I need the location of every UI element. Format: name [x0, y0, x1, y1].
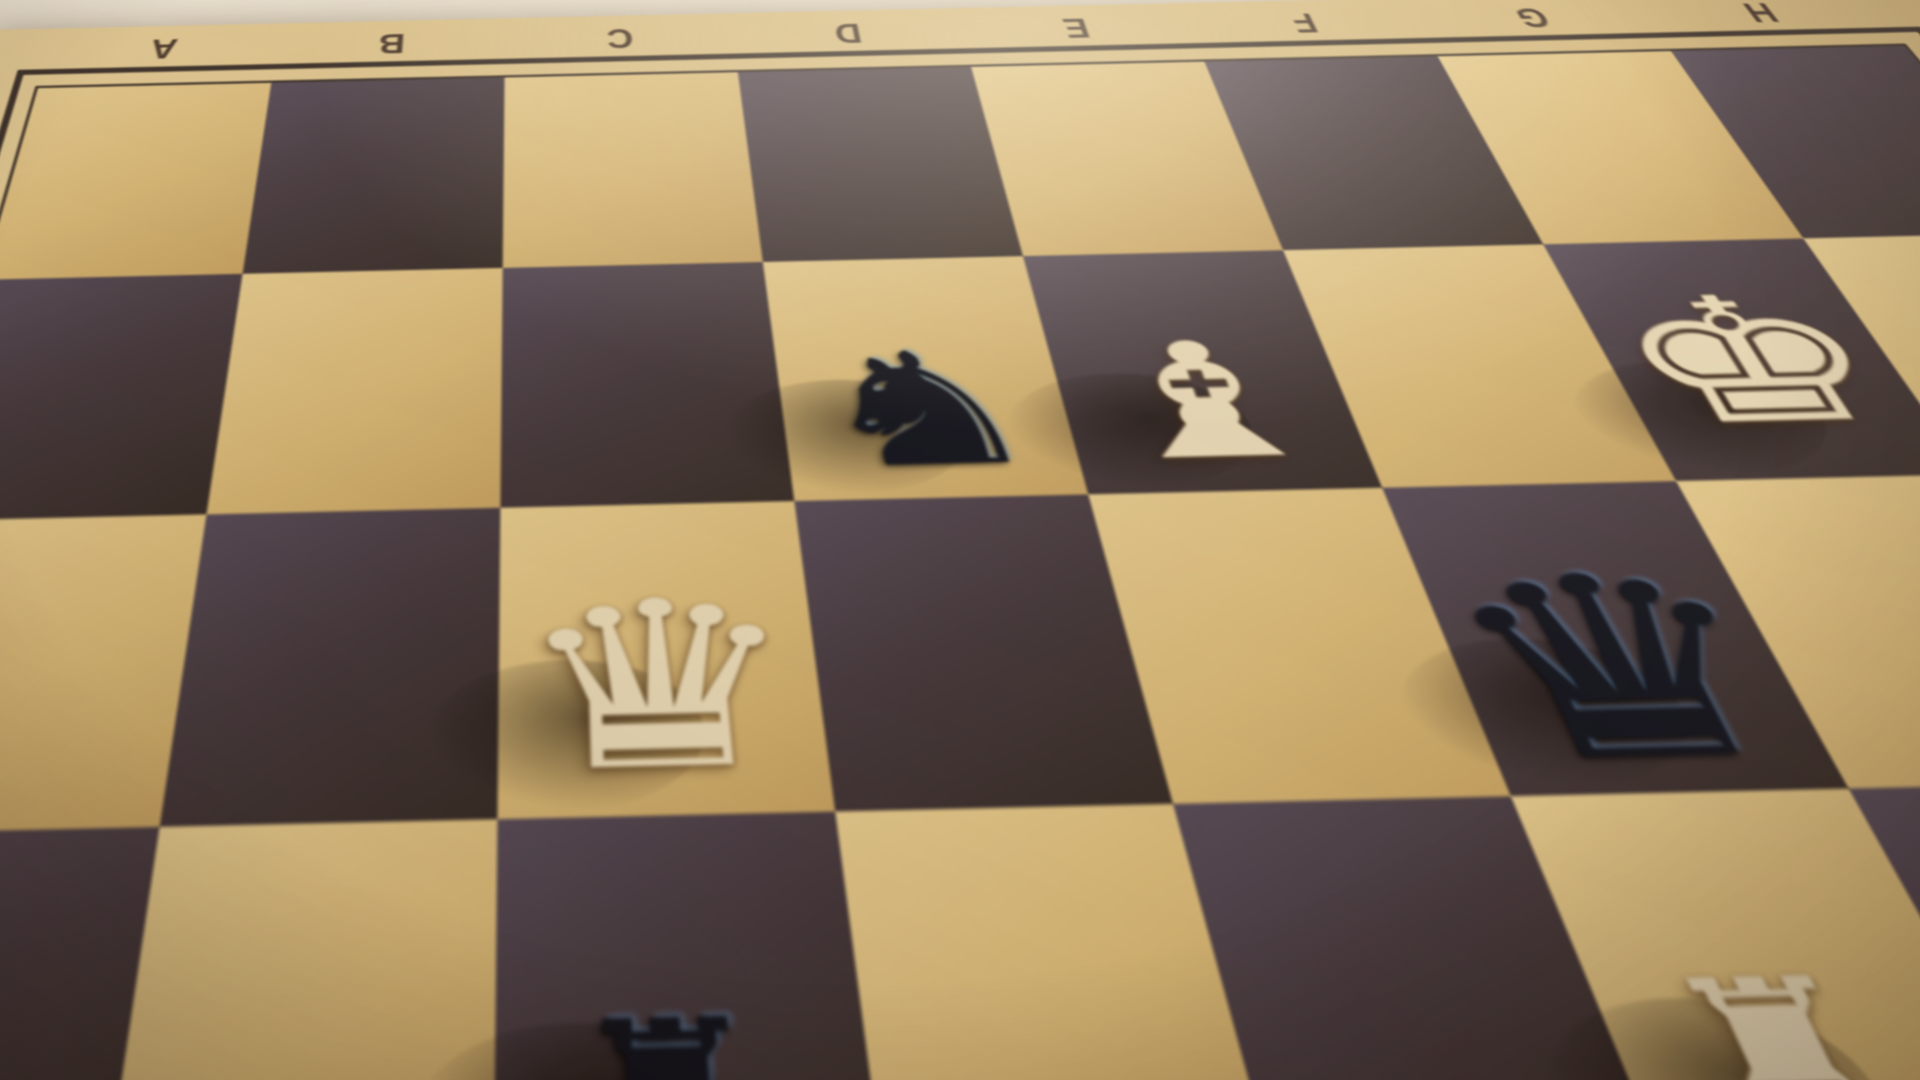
square-c6[interactable]: ♛: [497, 501, 835, 819]
white-bishop-e7[interactable]: ♝: [1069, 327, 1349, 478]
square-b8[interactable]: [243, 78, 505, 274]
white-queen-c6[interactable]: ♛: [512, 578, 819, 797]
file-label-h: H: [1635, 0, 1886, 30]
square-a7[interactable]: [0, 274, 243, 521]
square-f5[interactable]: ♜: [1511, 789, 1920, 1080]
file-label-b: B: [275, 25, 506, 61]
board-wrap: ABCDEFGH 87654321 87654321 ♞♝♚♛♛♟♜♜♞♟♟: [0, 0, 1920, 1080]
frame-inner-line: ♞♝♚♛♛♟♜♜♞♟♟: [0, 27, 1920, 1080]
black-knight-d7[interactable]: ♞: [801, 336, 1054, 484]
square-b7[interactable]: [206, 268, 502, 515]
board-frame: ABCDEFGH 87654321 87654321 ♞♝♚♛♛♟♜♜♞♟♟: [0, 0, 1920, 1080]
file-label-e: E: [957, 10, 1196, 45]
file-label-g: G: [1409, 0, 1656, 35]
photo-scene: ABCDEFGH 87654321 87654321 ♞♝♚♛♛♟♜♜♞♟♟: [0, 0, 1920, 1080]
black-rook-c5[interactable]: ♜: [565, 1002, 777, 1080]
file-label-c: C: [505, 20, 735, 56]
square-c5[interactable]: ♜: [493, 812, 890, 1080]
square-b5[interactable]: [96, 819, 497, 1080]
chess-board: ♞♝♚♛♛♟♜♜♞♟♟: [0, 43, 1920, 1080]
square-a8[interactable]: [0, 83, 271, 280]
file-label-a: A: [44, 30, 279, 66]
file-label-d: D: [731, 15, 965, 50]
file-label-f: F: [1183, 5, 1426, 40]
square-c8[interactable]: [503, 72, 763, 268]
